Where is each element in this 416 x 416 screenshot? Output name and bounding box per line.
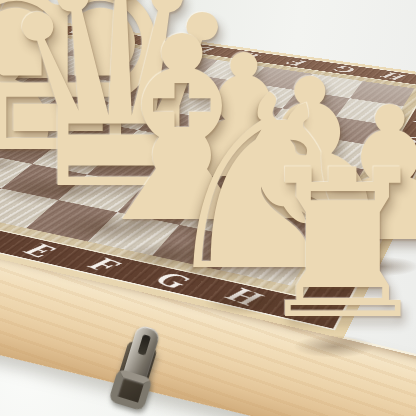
rook-glyph: ♜ bbox=[251, 143, 416, 348]
piece-rook-h1: ♜ bbox=[251, 143, 416, 348]
chess-set-photo: AABBCCDDEEFFGGHH12345678 ♝♟♟♚♛♟♝♟♟♞♜ bbox=[0, 0, 416, 416]
